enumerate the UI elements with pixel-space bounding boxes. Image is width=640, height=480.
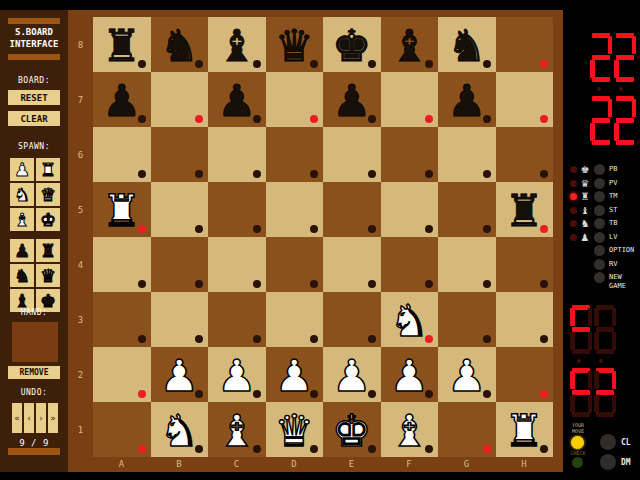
square-e2[interactable]: ♟ (323, 347, 381, 402)
seven-segment-digit (590, 33, 612, 82)
divider (8, 448, 60, 455)
spawn-black-knight[interactable]: ♞ (10, 264, 34, 287)
st-button[interactable] (594, 205, 605, 216)
redo-last-button[interactable]: » (48, 403, 58, 433)
spawn-white-knight[interactable]: ♞ (10, 183, 34, 206)
black-king: ♚ (323, 17, 381, 72)
corner-dot (368, 280, 376, 288)
white-pawn: ♟ (438, 347, 496, 402)
indicator-row-tb: ♞TB (563, 217, 640, 231)
dm-button-label: DM (621, 458, 631, 467)
file-label-C: C (208, 459, 265, 469)
rank-label-8: 8 (68, 17, 93, 72)
indicator-label: TM (609, 192, 617, 201)
square-a4[interactable] (93, 237, 151, 292)
check-led (572, 457, 583, 468)
corner-dot (483, 280, 491, 288)
square-d7[interactable] (266, 72, 324, 127)
file-label-G: G (438, 459, 495, 469)
red-marker-dot (540, 115, 548, 123)
colon-dot (599, 359, 603, 363)
indicator-row-rv: RV (563, 258, 640, 272)
undo-first-button[interactable]: « (12, 403, 22, 433)
indicator-row-new-game: NEW GAME (563, 271, 640, 293)
corner-dot (138, 170, 146, 178)
rank-label-7: 7 (68, 72, 93, 127)
square-b1[interactable]: ♞ (151, 402, 209, 457)
seven-segment-digit (614, 96, 636, 145)
file-label-H: H (496, 459, 553, 469)
square-b7[interactable] (151, 72, 209, 127)
square-f2[interactable]: ♟ (381, 347, 439, 402)
king-icon: ♚ (579, 163, 591, 176)
spawn-black-queen[interactable]: ♛ (36, 264, 60, 287)
divider (8, 54, 60, 60)
bishop-icon: ♝ (579, 204, 591, 217)
corner-dot (310, 225, 318, 233)
red-marker-dot (483, 445, 491, 453)
red-marker-dot (138, 445, 146, 453)
corner-dot (425, 225, 433, 233)
square-b8[interactable]: ♞ (151, 17, 209, 72)
corner-dot (368, 170, 376, 178)
square-e1[interactable]: ♚ (323, 402, 381, 457)
corner-dot (310, 280, 318, 288)
square-c3[interactable] (208, 292, 266, 347)
knight-icon: ♞ (579, 217, 591, 230)
seven-segment-digit (614, 33, 636, 82)
tb-button[interactable] (594, 218, 605, 229)
square-g6[interactable] (438, 127, 496, 182)
square-c2[interactable]: ♟ (208, 347, 266, 402)
file-label-F: F (381, 459, 438, 469)
white-bishop: ♝ (208, 402, 266, 457)
file-label-A: A (93, 459, 150, 469)
seven-segment-digit (590, 96, 612, 145)
square-h4[interactable] (496, 237, 554, 292)
pv-button[interactable] (594, 178, 605, 189)
pawn-icon: ♟ (579, 231, 591, 244)
red-marker-dot (195, 115, 203, 123)
square-c4[interactable] (208, 237, 266, 292)
square-d1[interactable]: ♛ (266, 402, 324, 457)
clear-button[interactable]: CLEAR (8, 111, 60, 126)
indicator-row-tm: ♜TM (563, 190, 640, 204)
square-g3[interactable] (438, 292, 496, 347)
black-rook: ♜ (496, 182, 554, 237)
square-f3[interactable]: ♞ (381, 292, 439, 347)
pb-button[interactable] (594, 164, 605, 175)
square-h8[interactable] (496, 17, 554, 72)
square-d8[interactable]: ♛ (266, 17, 324, 72)
square-a1[interactable] (93, 402, 151, 457)
corner-dot (138, 335, 146, 343)
colon-dot (619, 87, 623, 91)
red-marker-dot (540, 390, 548, 398)
new-game-button[interactable] (594, 272, 605, 283)
divider (8, 18, 60, 24)
square-h2[interactable] (496, 347, 554, 402)
spawn-white-queen[interactable]: ♛ (36, 183, 60, 206)
seven-segment-digit (570, 305, 592, 354)
white-king: ♚ (323, 402, 381, 457)
indicator-row-lv: ♟LV (563, 231, 640, 245)
board-grid: ♜♞♝♛♚♝♞♟♟♟♟♜♜♞♟♟♟♟♟♟♞♝♛♚♝♜ (93, 17, 553, 457)
black-queen: ♛ (266, 17, 324, 72)
spawn-white-rook[interactable]: ♜ (36, 158, 60, 181)
dm-button[interactable] (600, 454, 616, 470)
black-bishop: ♝ (208, 17, 266, 72)
reset-button[interactable]: RESET (8, 90, 60, 105)
corner-dot (310, 170, 318, 178)
white-pawn: ♟ (381, 347, 439, 402)
rook-icon: ♜ (579, 190, 591, 203)
corner-dot (540, 335, 548, 343)
seven-segment-digit (570, 368, 592, 417)
square-h7[interactable] (496, 72, 554, 127)
undo-controls: «‹›» (12, 403, 58, 433)
square-c8[interactable]: ♝ (208, 17, 266, 72)
colon-dot (597, 87, 601, 91)
square-a8[interactable]: ♜ (93, 17, 151, 72)
square-b6[interactable] (151, 127, 209, 182)
square-e8[interactable]: ♚ (323, 17, 381, 72)
corner-dot (483, 335, 491, 343)
white-knight: ♞ (381, 292, 439, 347)
black-pawn: ♟ (93, 72, 151, 127)
red-marker-dot (310, 115, 318, 123)
square-a5[interactable]: ♜ (93, 182, 151, 237)
black-pawn: ♟ (208, 72, 266, 127)
cl-button-label: CL (621, 438, 631, 447)
redo-forward-button[interactable]: › (36, 403, 46, 433)
indicator-label: PB (609, 165, 617, 174)
rank-label-1: 1 (68, 402, 93, 457)
square-g2[interactable]: ♟ (438, 347, 496, 402)
indicator-led (570, 207, 577, 214)
square-d5[interactable] (266, 182, 324, 237)
white-pawn: ♟ (266, 347, 324, 402)
indicator-label: ST (609, 206, 617, 215)
rv-button[interactable] (594, 259, 605, 270)
black-knight: ♞ (151, 17, 209, 72)
square-f6[interactable] (381, 127, 439, 182)
square-b4[interactable] (151, 237, 209, 292)
app-title-line1: S.BOARD (0, 27, 68, 37)
corner-dot (138, 280, 146, 288)
indicator-led (570, 193, 577, 200)
indicator-label: TB (609, 219, 617, 228)
rank-label-5: 5 (68, 182, 93, 237)
chess-computer-ui: S.BOARD INTERFACE BOARD: RESET CLEAR SPA… (0, 0, 640, 480)
indicator-row-st: ♝ST (563, 204, 640, 218)
your-move-led (571, 436, 584, 449)
square-c5[interactable] (208, 182, 266, 237)
square-g7[interactable]: ♟ (438, 72, 496, 127)
white-rook: ♜ (93, 182, 151, 237)
square-c7[interactable]: ♟ (208, 72, 266, 127)
check-text: CHECK (563, 451, 593, 456)
spawn-group-gap (10, 233, 60, 237)
file-label-D: D (266, 459, 323, 469)
square-g1[interactable] (438, 402, 496, 457)
square-h5[interactable]: ♜ (496, 182, 554, 237)
clock-display-bottom (570, 305, 616, 417)
red-marker-dot (138, 390, 146, 398)
white-rook: ♜ (496, 402, 554, 457)
indicator-led (570, 180, 577, 187)
corner-dot (195, 225, 203, 233)
spawn-section-label: SPAWN: (0, 142, 68, 151)
rank-label-3: 3 (68, 292, 93, 347)
corner-dot (310, 335, 318, 343)
white-queen: ♛ (266, 402, 324, 457)
spawn-black-rook[interactable]: ♜ (36, 239, 60, 262)
rank-label-2: 2 (68, 347, 93, 402)
black-rook: ♜ (93, 17, 151, 72)
square-b2[interactable]: ♟ (151, 347, 209, 402)
square-b3[interactable] (151, 292, 209, 347)
corner-dot (483, 170, 491, 178)
square-e5[interactable] (323, 182, 381, 237)
queen-icon: ♛ (579, 177, 591, 190)
option-button[interactable] (594, 245, 605, 256)
square-h6[interactable] (496, 127, 554, 182)
remove-button[interactable]: REMOVE (8, 366, 60, 379)
square-a7[interactable]: ♟ (93, 72, 151, 127)
corner-dot (425, 280, 433, 288)
corner-dot (368, 335, 376, 343)
indicator-panel: ♚PB♛PV♜TM♝ST♞TB♟LVOPTIONRVNEW GAME (563, 163, 640, 293)
square-b5[interactable] (151, 182, 209, 237)
white-pawn: ♟ (323, 347, 381, 402)
indicator-label: RV (609, 260, 617, 269)
file-label-B: B (151, 459, 208, 469)
square-f4[interactable] (381, 237, 439, 292)
red-marker-dot (540, 60, 548, 68)
square-h3[interactable] (496, 292, 554, 347)
colon-dot (577, 359, 581, 363)
corner-dot (195, 335, 203, 343)
seven-segment-digit (594, 368, 616, 417)
corner-dot (195, 280, 203, 288)
spawn-white-bishop[interactable]: ♝ (10, 208, 34, 231)
corner-dot (253, 225, 261, 233)
undo-section-label: UNDO: (0, 388, 68, 397)
corner-dot (483, 225, 491, 233)
square-f5[interactable] (381, 182, 439, 237)
white-knight: ♞ (151, 402, 209, 457)
indicator-row-option: OPTION (563, 244, 640, 258)
indicator-label: LV (609, 233, 617, 242)
indicator-led (570, 234, 577, 241)
right-panel: ♚PB♛PV♜TM♝ST♞TB♟LVOPTIONRVNEW GAME YOUR … (563, 0, 640, 480)
undo-counter: 9 / 9 (0, 438, 68, 448)
rank-label-4: 4 (68, 237, 93, 292)
corner-dot (540, 170, 548, 178)
corner-dot (253, 335, 261, 343)
square-f8[interactable]: ♝ (381, 17, 439, 72)
status-area: YOUR MOVE CHECK CL DM (563, 423, 640, 473)
seven-segment-digit (594, 305, 616, 354)
square-d2[interactable]: ♟ (266, 347, 324, 402)
corner-dot (253, 170, 261, 178)
tm-button[interactable] (594, 191, 605, 202)
spawn-black-pawn[interactable]: ♟ (10, 239, 34, 262)
square-c6[interactable] (208, 127, 266, 182)
spawn-white-pawn[interactable]: ♟ (10, 158, 34, 181)
board-section-label: BOARD: (0, 76, 68, 85)
cl-button[interactable] (600, 434, 616, 450)
square-a6[interactable] (93, 127, 151, 182)
red-marker-dot (425, 115, 433, 123)
square-f7[interactable] (381, 72, 439, 127)
square-e7[interactable]: ♟ (323, 72, 381, 127)
indicator-row-pv: ♛PV (563, 177, 640, 191)
file-label-E: E (323, 459, 380, 469)
corner-dot (425, 170, 433, 178)
black-pawn: ♟ (323, 72, 381, 127)
app-title-line2: INTERFACE (0, 39, 68, 49)
white-pawn: ♟ (208, 347, 266, 402)
spawn-palette: ♟♜♞♛♝♚♟♜♞♛♝♚ (10, 158, 60, 312)
corner-dot (368, 225, 376, 233)
hand-section-label: HAND: (0, 308, 68, 317)
square-h1[interactable]: ♜ (496, 402, 554, 457)
square-g8[interactable]: ♞ (438, 17, 496, 72)
black-knight: ♞ (438, 17, 496, 72)
indicator-label: OPTION (609, 246, 634, 255)
board-frame: ♜♞♝♛♚♝♞♟♟♟♟♜♜♞♟♟♟♟♟♟♞♝♛♚♝♜ 87654321 ABCD… (68, 10, 563, 472)
square-a3[interactable] (93, 292, 151, 347)
square-f1[interactable]: ♝ (381, 402, 439, 457)
rank-label-6: 6 (68, 127, 93, 182)
lv-button[interactable] (594, 232, 605, 243)
square-g4[interactable] (438, 237, 496, 292)
indicator-row-pb: ♚PB (563, 163, 640, 177)
square-e6[interactable] (323, 127, 381, 182)
square-c1[interactable]: ♝ (208, 402, 266, 457)
hand-box[interactable] (12, 322, 58, 362)
your-move-text-line2: MOVE (563, 429, 593, 434)
black-bishop: ♝ (381, 17, 439, 72)
indicator-led (570, 166, 577, 173)
white-pawn: ♟ (151, 347, 209, 402)
undo-back-button[interactable]: ‹ (24, 403, 34, 433)
square-e4[interactable] (323, 237, 381, 292)
indicator-led (570, 220, 577, 227)
square-g5[interactable] (438, 182, 496, 237)
indicator-label: NEW GAME (609, 273, 626, 291)
square-e3[interactable] (323, 292, 381, 347)
corner-dot (195, 170, 203, 178)
corner-dot (253, 280, 261, 288)
clock-display-top (590, 33, 636, 147)
square-a2[interactable] (93, 347, 151, 402)
square-d4[interactable] (266, 237, 324, 292)
black-pawn: ♟ (438, 72, 496, 127)
sidebar: S.BOARD INTERFACE BOARD: RESET CLEAR SPA… (0, 10, 68, 472)
corner-dot (540, 280, 548, 288)
white-bishop: ♝ (381, 402, 439, 457)
spawn-white-king[interactable]: ♚ (36, 208, 60, 231)
square-d6[interactable] (266, 127, 324, 182)
indicator-label: PV (609, 179, 617, 188)
square-d3[interactable] (266, 292, 324, 347)
